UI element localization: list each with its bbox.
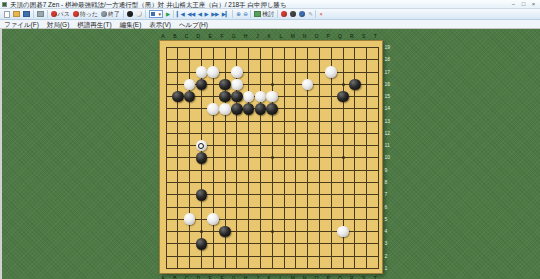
stone-black [196, 152, 208, 164]
column-label-top: P [324, 33, 332, 39]
toolbar-separator [173, 10, 174, 18]
forward-10-moves-button-icon: ▶▶ [211, 10, 218, 19]
column-label-top: O [312, 33, 320, 39]
toolbar-separator [47, 10, 48, 18]
title-bar: 天頂の囲碁7 Zen - 棋神最強戦法/一方通行型（黒）対 井山裕太王座（白）/… [0, 0, 540, 9]
toolbar: パス待った終了▾▶▎◀◀◀◀▶▶▶▶▎⊕⊖検討✎× [0, 9, 540, 20]
chevron-down-icon: ▾ [159, 11, 162, 17]
column-label-top: K [265, 33, 273, 39]
column-label-bottom: B [171, 275, 179, 279]
row-label-right: 3 [385, 240, 388, 246]
stone-white [243, 91, 255, 103]
end-game-button-icon [101, 11, 107, 17]
stone-white [196, 140, 208, 152]
erase-mark-button[interactable]: ✎ [307, 10, 314, 19]
column-label-bottom: G [230, 275, 238, 279]
stone-white [302, 79, 314, 91]
back-10-moves-button-icon: ◀◀ [187, 10, 194, 19]
pass-button[interactable]: パス [49, 10, 71, 19]
app-icon [2, 2, 7, 7]
stone-white [325, 66, 337, 78]
grid-line [166, 170, 379, 171]
close-window-button[interactable]: × [529, 0, 538, 8]
stone-black [349, 79, 361, 91]
toolbar-separator [315, 10, 316, 18]
delete-button-icon: × [319, 10, 322, 19]
stone-white [231, 66, 243, 78]
star-point [271, 83, 274, 86]
zoom-in-button-icon: ⊕ [236, 10, 240, 19]
grid-line [378, 47, 379, 269]
mark-red-button-icon [281, 11, 287, 17]
window-title: 天頂の囲碁7 Zen - 棋神最強戦法/一方通行型（黒）対 井山裕太王座（白）/… [10, 0, 509, 9]
stone-black [337, 91, 349, 103]
row-label-right: 2 [385, 253, 388, 259]
forward-10-moves-button[interactable]: ▶▶ [210, 10, 220, 19]
mark-dark-button[interactable] [289, 10, 298, 19]
stone-black [266, 103, 278, 115]
black-stone-icon-button-icon [127, 11, 133, 17]
document-icon [4, 11, 10, 18]
column-label-top: D [194, 33, 202, 39]
back-10-moves-button[interactable]: ◀◀ [186, 10, 196, 19]
maximize-button[interactable]: □ [519, 0, 528, 8]
stone-white [207, 103, 219, 115]
row-label-right: 12 [385, 130, 391, 136]
column-label-top: J [253, 33, 261, 39]
stone-black [219, 91, 231, 103]
column-label-bottom: M [289, 275, 297, 279]
menu-item-game[interactable]: 対局(G) [43, 20, 73, 29]
toolbar-separator [250, 10, 251, 18]
stone-black [243, 103, 255, 115]
open-file-button-icon [13, 11, 20, 17]
row-label-right: 5 [385, 216, 388, 222]
column-label-bottom: D [194, 275, 202, 279]
delete-button[interactable]: × [318, 10, 324, 19]
minimize-button[interactable]: − [509, 0, 518, 8]
grid-line [166, 219, 379, 220]
column-label-top: S [360, 33, 368, 39]
column-label-top: H [242, 33, 250, 39]
last-move-button[interactable]: ▶▎ [220, 10, 230, 19]
star-point [200, 230, 203, 233]
board-view-box: ▾ [149, 10, 163, 18]
column-label-top: B [171, 33, 179, 39]
mark-red-button[interactable] [280, 10, 289, 19]
column-label-top: G [230, 33, 238, 39]
go-board[interactable] [159, 40, 383, 274]
save-file-button[interactable] [21, 10, 31, 19]
zoom-out-button[interactable]: ⊖ [242, 10, 249, 19]
column-label-bottom: T [371, 275, 379, 279]
stone-white [207, 213, 219, 225]
first-move-button-icon: ▎◀ [177, 10, 184, 19]
column-label-bottom: H [242, 275, 250, 279]
stone-white [337, 226, 349, 238]
stone-black [219, 79, 231, 91]
column-label-top: T [371, 33, 379, 39]
toolbar-separator [145, 10, 146, 18]
back-1-move-button[interactable]: ◀ [196, 10, 203, 19]
board-view-dropdown[interactable]: ▾ [148, 10, 165, 19]
forward-1-move-button[interactable]: ▶ [203, 10, 210, 19]
column-label-top: A [159, 33, 167, 39]
column-label-bottom: A [159, 275, 167, 279]
toolbar-separator [123, 10, 124, 18]
grid-line [166, 207, 379, 208]
last-move-button-icon: ▶▎ [222, 10, 229, 19]
stone-black [255, 103, 267, 115]
stone-white [207, 66, 219, 78]
column-label-top: E [206, 33, 214, 39]
stone-white [231, 79, 243, 91]
menu-bar: ファイル(F)対局(G)棋譜再生(T)編集(E)表示(V)ヘルプ(H) [0, 20, 540, 29]
column-label-bottom: P [324, 275, 332, 279]
grid-line [319, 47, 320, 269]
new-game-button[interactable] [2, 10, 11, 19]
column-label-top: R [348, 33, 356, 39]
row-label-right: 19 [385, 44, 391, 50]
mark-blue-button[interactable] [298, 10, 307, 19]
window-controls: − □ × [509, 0, 538, 8]
first-move-button[interactable]: ▎◀ [175, 10, 185, 19]
stone-black [172, 91, 184, 103]
row-label-right: 18 [385, 56, 391, 62]
table-area [0, 29, 540, 279]
menu-item-view[interactable]: 表示(V) [145, 20, 175, 29]
end-game-button[interactable]: 終了 [100, 10, 122, 19]
column-label-bottom: C [183, 275, 191, 279]
stone-black [231, 103, 243, 115]
stone-black [184, 91, 196, 103]
open-file-button[interactable] [11, 10, 21, 19]
stone-black [219, 226, 231, 238]
toolbar-separator [277, 10, 278, 18]
column-label-bottom: K [265, 275, 273, 279]
board-thumb-icon [151, 12, 155, 16]
column-label-bottom: S [360, 275, 368, 279]
mark-dark-button-icon [290, 11, 296, 17]
grid-line [366, 47, 367, 269]
menu-item-edit[interactable]: 編集(E) [116, 20, 146, 29]
row-label-right: 9 [385, 167, 388, 173]
column-label-bottom: O [312, 275, 320, 279]
undo-button[interactable]: 待った [71, 10, 99, 19]
print-button[interactable] [35, 10, 45, 19]
forward-1-move-button-icon: ▶ [204, 10, 208, 19]
menu-item-file[interactable]: ファイル(F) [0, 20, 43, 29]
menu-item-replay[interactable]: 棋譜再生(T) [73, 20, 115, 29]
column-label-bottom: L [277, 275, 285, 279]
pass-button-label: パス [58, 10, 70, 19]
stone-white [219, 103, 231, 115]
column-label-top: L [277, 33, 285, 39]
row-label-right: 7 [385, 191, 388, 197]
pass-button-icon [51, 11, 57, 17]
last-move-marker [198, 143, 204, 149]
column-label-top: F [218, 33, 226, 39]
grid-line [331, 47, 332, 269]
column-label-top: C [183, 33, 191, 39]
row-label-right: 17 [385, 69, 391, 75]
zoom-out-button-icon: ⊖ [243, 10, 247, 19]
stone-white [196, 66, 208, 78]
grid-line [284, 47, 285, 269]
analyze-button-icon [254, 11, 261, 17]
stone-black [231, 91, 243, 103]
auto-play-button-icon: ▶ [166, 10, 170, 19]
column-label-bottom: N [301, 275, 309, 279]
stone-white [266, 91, 278, 103]
end-game-button-label: 終了 [108, 10, 120, 19]
row-label-right: 1 [385, 265, 388, 271]
row-label-right: 14 [385, 105, 391, 111]
auto-play-button[interactable]: ▶ [165, 10, 172, 19]
print-button-icon [37, 11, 44, 17]
mark-blue-button-icon [299, 11, 305, 17]
grid-line [166, 182, 379, 183]
white-stone-icon-button[interactable] [135, 10, 144, 19]
black-stone-icon-button[interactable] [126, 10, 135, 19]
erase-mark-button-icon: ✎ [308, 10, 312, 19]
white-stone-icon-button-icon [136, 11, 142, 17]
row-label-right: 16 [385, 81, 391, 87]
column-label-bottom: R [348, 275, 356, 279]
column-label-bottom: Q [336, 275, 344, 279]
row-label-right: 13 [385, 118, 391, 124]
column-label-top: N [301, 33, 309, 39]
grid-line [166, 268, 379, 269]
row-label-right: 6 [385, 204, 388, 210]
back-1-move-button-icon: ◀ [198, 10, 202, 19]
row-label-right: 10 [385, 154, 391, 160]
column-label-top: Q [336, 33, 344, 39]
grid-line [166, 256, 379, 257]
stone-white [255, 91, 267, 103]
stone-black [196, 189, 208, 201]
undo-button-icon [73, 11, 79, 17]
zoom-in-button[interactable]: ⊕ [235, 10, 242, 19]
save-file-button-icon [23, 11, 30, 17]
column-label-bottom: E [206, 275, 214, 279]
toolbar-separator [232, 10, 233, 18]
stone-black [196, 238, 208, 250]
menu-item-help[interactable]: ヘルプ(H) [175, 20, 212, 29]
toolbar-separator [33, 10, 34, 18]
analyze-button-label: 検討 [262, 10, 274, 19]
stone-white [184, 213, 196, 225]
stone-black [196, 79, 208, 91]
star-point [271, 230, 274, 233]
column-label-bottom: J [253, 275, 261, 279]
row-label-right: 15 [385, 93, 391, 99]
row-label-right: 8 [385, 179, 388, 185]
row-label-right: 11 [385, 142, 390, 148]
row-label-right: 4 [385, 228, 388, 234]
grid-line [295, 47, 296, 269]
analyze-button[interactable]: 検討 [253, 10, 276, 19]
stone-white [184, 79, 196, 91]
column-label-bottom: F [218, 275, 226, 279]
star-point [342, 83, 345, 86]
column-label-top: M [289, 33, 297, 39]
undo-button-label: 待った [80, 10, 98, 19]
